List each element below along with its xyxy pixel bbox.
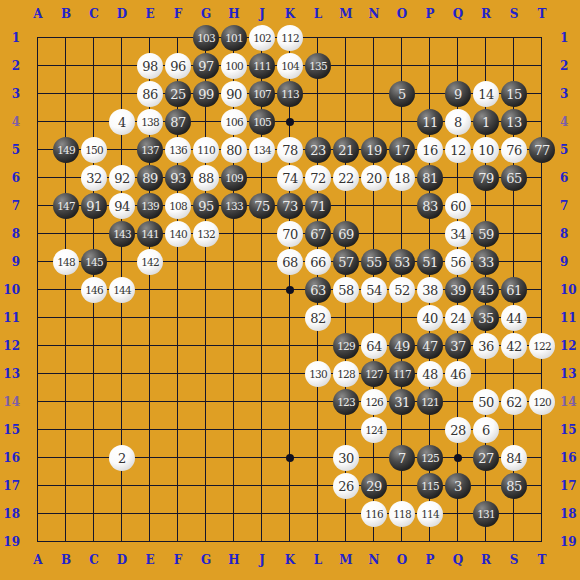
intersection-Q12[interactable]: 37 [444,332,472,360]
intersection-M8[interactable]: 69 [332,220,360,248]
intersection-L5[interactable]: 23 [304,136,332,164]
intersection-Q1[interactable] [444,24,472,52]
intersection-D8[interactable]: 143 [108,220,136,248]
intersection-H12[interactable] [220,332,248,360]
intersection-S16[interactable]: 84 [500,444,528,472]
intersection-B7[interactable]: 147 [52,192,80,220]
intersection-B13[interactable] [52,360,80,388]
intersection-K9[interactable]: 68 [276,248,304,276]
intersection-H7[interactable]: 133 [220,192,248,220]
intersection-G1[interactable]: 103 [192,24,220,52]
intersection-O9[interactable]: 53 [388,248,416,276]
intersection-Q6[interactable] [444,164,472,192]
intersection-S6[interactable]: 65 [500,164,528,192]
intersection-T6[interactable] [528,164,556,192]
intersection-J18[interactable] [248,500,276,528]
intersection-Q8[interactable]: 34 [444,220,472,248]
intersection-R12[interactable]: 36 [472,332,500,360]
intersection-O13[interactable]: 117 [388,360,416,388]
intersection-C19[interactable] [80,528,108,556]
intersection-B14[interactable] [52,388,80,416]
intersection-M19[interactable] [332,528,360,556]
intersection-M17[interactable]: 26 [332,472,360,500]
intersection-F14[interactable] [164,388,192,416]
intersection-S15[interactable] [500,416,528,444]
intersection-N6[interactable]: 20 [360,164,388,192]
intersection-G12[interactable] [192,332,220,360]
intersection-F17[interactable] [164,472,192,500]
intersection-Q16[interactable] [444,444,472,472]
intersection-P6[interactable]: 81 [416,164,444,192]
intersection-C9[interactable]: 145 [80,248,108,276]
intersection-L4[interactable] [304,108,332,136]
intersection-G4[interactable] [192,108,220,136]
intersection-C18[interactable] [80,500,108,528]
intersection-A10[interactable] [24,276,52,304]
intersection-E8[interactable]: 141 [136,220,164,248]
intersection-F19[interactable] [164,528,192,556]
intersection-S3[interactable]: 15 [500,80,528,108]
intersection-J2[interactable]: 111 [248,52,276,80]
intersection-S2[interactable] [500,52,528,80]
intersection-E13[interactable] [136,360,164,388]
intersection-N2[interactable] [360,52,388,80]
intersection-N3[interactable] [360,80,388,108]
intersection-O19[interactable] [388,528,416,556]
intersection-S9[interactable] [500,248,528,276]
intersection-F11[interactable] [164,304,192,332]
intersection-R7[interactable] [472,192,500,220]
intersection-T13[interactable] [528,360,556,388]
intersection-A12[interactable] [24,332,52,360]
intersection-Q4[interactable]: 8 [444,108,472,136]
intersection-E10[interactable] [136,276,164,304]
intersection-G6[interactable]: 88 [192,164,220,192]
intersection-H13[interactable] [220,360,248,388]
intersection-O3[interactable]: 5 [388,80,416,108]
intersection-M11[interactable] [332,304,360,332]
intersection-A1[interactable] [24,24,52,52]
intersection-A9[interactable] [24,248,52,276]
intersection-L1[interactable] [304,24,332,52]
intersection-T18[interactable] [528,500,556,528]
intersection-Q10[interactable]: 39 [444,276,472,304]
intersection-L13[interactable]: 130 [304,360,332,388]
intersection-T2[interactable] [528,52,556,80]
intersection-B17[interactable] [52,472,80,500]
intersection-P16[interactable]: 125 [416,444,444,472]
intersection-B18[interactable] [52,500,80,528]
intersection-H14[interactable] [220,388,248,416]
intersection-L8[interactable]: 67 [304,220,332,248]
intersection-C6[interactable]: 32 [80,164,108,192]
intersection-P10[interactable]: 38 [416,276,444,304]
intersection-T7[interactable] [528,192,556,220]
intersection-N15[interactable]: 124 [360,416,388,444]
intersection-N13[interactable]: 127 [360,360,388,388]
intersection-K2[interactable]: 104 [276,52,304,80]
intersection-P13[interactable]: 48 [416,360,444,388]
intersection-J4[interactable]: 105 [248,108,276,136]
intersection-Q3[interactable]: 9 [444,80,472,108]
intersection-H2[interactable]: 100 [220,52,248,80]
intersection-F12[interactable] [164,332,192,360]
intersection-F16[interactable] [164,444,192,472]
intersection-K1[interactable]: 112 [276,24,304,52]
intersection-H3[interactable]: 90 [220,80,248,108]
intersection-A15[interactable] [24,416,52,444]
intersection-F10[interactable] [164,276,192,304]
intersection-D17[interactable] [108,472,136,500]
intersection-F8[interactable]: 140 [164,220,192,248]
intersection-R5[interactable]: 10 [472,136,500,164]
intersection-J10[interactable] [248,276,276,304]
intersection-K3[interactable]: 113 [276,80,304,108]
intersection-A5[interactable] [24,136,52,164]
intersection-R1[interactable] [472,24,500,52]
intersection-T5[interactable]: 77 [528,136,556,164]
intersection-E7[interactable]: 139 [136,192,164,220]
intersection-D10[interactable]: 144 [108,276,136,304]
intersection-E2[interactable]: 98 [136,52,164,80]
intersection-M1[interactable] [332,24,360,52]
intersection-O8[interactable] [388,220,416,248]
intersection-R18[interactable]: 131 [472,500,500,528]
intersection-E6[interactable]: 89 [136,164,164,192]
intersection-L12[interactable] [304,332,332,360]
intersection-G3[interactable]: 99 [192,80,220,108]
intersection-H5[interactable]: 80 [220,136,248,164]
intersection-J13[interactable] [248,360,276,388]
intersection-E17[interactable] [136,472,164,500]
intersection-P8[interactable] [416,220,444,248]
intersection-L10[interactable]: 63 [304,276,332,304]
intersection-R8[interactable]: 59 [472,220,500,248]
intersection-N9[interactable]: 55 [360,248,388,276]
intersection-C4[interactable] [80,108,108,136]
intersection-C7[interactable]: 91 [80,192,108,220]
intersection-J12[interactable] [248,332,276,360]
intersection-J3[interactable]: 107 [248,80,276,108]
intersection-F15[interactable] [164,416,192,444]
intersection-L7[interactable]: 71 [304,192,332,220]
intersection-L18[interactable] [304,500,332,528]
intersection-C2[interactable] [80,52,108,80]
intersection-S18[interactable] [500,500,528,528]
intersection-E3[interactable]: 86 [136,80,164,108]
intersection-G16[interactable] [192,444,220,472]
intersection-D11[interactable] [108,304,136,332]
intersection-Q18[interactable] [444,500,472,528]
intersection-D1[interactable] [108,24,136,52]
intersection-P7[interactable]: 83 [416,192,444,220]
intersection-J15[interactable] [248,416,276,444]
intersection-E1[interactable] [136,24,164,52]
intersection-R6[interactable]: 79 [472,164,500,192]
intersection-H15[interactable] [220,416,248,444]
intersection-A2[interactable] [24,52,52,80]
intersection-N12[interactable]: 64 [360,332,388,360]
intersection-G14[interactable] [192,388,220,416]
intersection-H1[interactable]: 101 [220,24,248,52]
intersection-O4[interactable] [388,108,416,136]
intersection-K12[interactable] [276,332,304,360]
intersection-E16[interactable] [136,444,164,472]
intersection-M16[interactable]: 30 [332,444,360,472]
intersection-D18[interactable] [108,500,136,528]
intersection-S7[interactable] [500,192,528,220]
intersection-B8[interactable] [52,220,80,248]
intersection-D16[interactable]: 2 [108,444,136,472]
intersection-G18[interactable] [192,500,220,528]
intersection-O6[interactable]: 18 [388,164,416,192]
intersection-G2[interactable]: 97 [192,52,220,80]
intersection-D5[interactable] [108,136,136,164]
intersection-M9[interactable]: 57 [332,248,360,276]
intersection-T8[interactable] [528,220,556,248]
intersection-N10[interactable]: 54 [360,276,388,304]
intersection-K4[interactable] [276,108,304,136]
intersection-D3[interactable] [108,80,136,108]
intersection-P3[interactable] [416,80,444,108]
intersection-M3[interactable] [332,80,360,108]
intersection-K18[interactable] [276,500,304,528]
intersection-H4[interactable]: 106 [220,108,248,136]
intersection-D4[interactable]: 4 [108,108,136,136]
intersection-E15[interactable] [136,416,164,444]
intersection-A18[interactable] [24,500,52,528]
intersection-M14[interactable]: 123 [332,388,360,416]
intersection-P5[interactable]: 16 [416,136,444,164]
intersection-S1[interactable] [500,24,528,52]
intersection-A14[interactable] [24,388,52,416]
intersection-M13[interactable]: 128 [332,360,360,388]
intersection-Q19[interactable] [444,528,472,556]
intersection-D14[interactable] [108,388,136,416]
intersection-P11[interactable]: 40 [416,304,444,332]
intersection-Q11[interactable]: 24 [444,304,472,332]
intersection-A17[interactable] [24,472,52,500]
intersection-K5[interactable]: 78 [276,136,304,164]
intersection-K17[interactable] [276,472,304,500]
intersection-L6[interactable]: 72 [304,164,332,192]
intersection-H17[interactable] [220,472,248,500]
intersection-L17[interactable] [304,472,332,500]
intersection-R19[interactable] [472,528,500,556]
intersection-S11[interactable]: 44 [500,304,528,332]
intersection-R9[interactable]: 33 [472,248,500,276]
intersection-S4[interactable]: 13 [500,108,528,136]
intersection-D12[interactable] [108,332,136,360]
intersection-L19[interactable] [304,528,332,556]
intersection-S10[interactable]: 61 [500,276,528,304]
intersection-B2[interactable] [52,52,80,80]
intersection-J16[interactable] [248,444,276,472]
intersection-O17[interactable] [388,472,416,500]
intersection-E14[interactable] [136,388,164,416]
intersection-A6[interactable] [24,164,52,192]
intersection-L14[interactable] [304,388,332,416]
intersection-G19[interactable] [192,528,220,556]
intersection-P18[interactable]: 114 [416,500,444,528]
intersection-C13[interactable] [80,360,108,388]
intersection-N8[interactable] [360,220,388,248]
intersection-G17[interactable] [192,472,220,500]
intersection-N16[interactable] [360,444,388,472]
intersection-B6[interactable] [52,164,80,192]
intersection-O7[interactable] [388,192,416,220]
intersection-E5[interactable]: 137 [136,136,164,164]
intersection-E9[interactable]: 142 [136,248,164,276]
intersection-S13[interactable] [500,360,528,388]
intersection-A19[interactable] [24,528,52,556]
intersection-S5[interactable]: 76 [500,136,528,164]
intersection-T3[interactable] [528,80,556,108]
intersection-M7[interactable] [332,192,360,220]
intersection-L11[interactable]: 82 [304,304,332,332]
intersection-J14[interactable] [248,388,276,416]
intersection-S17[interactable]: 85 [500,472,528,500]
intersection-G9[interactable] [192,248,220,276]
intersection-L16[interactable] [304,444,332,472]
intersection-F5[interactable]: 136 [164,136,192,164]
intersection-F2[interactable]: 96 [164,52,192,80]
intersection-T11[interactable] [528,304,556,332]
intersection-B1[interactable] [52,24,80,52]
intersection-F4[interactable]: 87 [164,108,192,136]
intersection-K11[interactable] [276,304,304,332]
intersection-C1[interactable] [80,24,108,52]
intersection-B3[interactable] [52,80,80,108]
intersection-C11[interactable] [80,304,108,332]
intersection-J17[interactable] [248,472,276,500]
intersection-R15[interactable]: 6 [472,416,500,444]
intersection-K14[interactable] [276,388,304,416]
intersection-R3[interactable]: 14 [472,80,500,108]
intersection-J1[interactable]: 102 [248,24,276,52]
intersection-N1[interactable] [360,24,388,52]
intersection-L3[interactable] [304,80,332,108]
intersection-N14[interactable]: 126 [360,388,388,416]
intersection-O5[interactable]: 17 [388,136,416,164]
intersection-T17[interactable] [528,472,556,500]
intersection-H8[interactable] [220,220,248,248]
intersection-G8[interactable]: 132 [192,220,220,248]
intersection-D19[interactable] [108,528,136,556]
intersection-C3[interactable] [80,80,108,108]
intersection-G11[interactable] [192,304,220,332]
intersection-E12[interactable] [136,332,164,360]
intersection-G5[interactable]: 110 [192,136,220,164]
intersection-P19[interactable] [416,528,444,556]
intersection-F13[interactable] [164,360,192,388]
intersection-J6[interactable] [248,164,276,192]
intersection-S19[interactable] [500,528,528,556]
intersection-N4[interactable] [360,108,388,136]
intersection-Q15[interactable]: 28 [444,416,472,444]
intersection-J7[interactable]: 75 [248,192,276,220]
intersection-P2[interactable] [416,52,444,80]
intersection-C10[interactable]: 146 [80,276,108,304]
intersection-O15[interactable] [388,416,416,444]
intersection-A8[interactable] [24,220,52,248]
intersection-R14[interactable]: 50 [472,388,500,416]
intersection-D15[interactable] [108,416,136,444]
intersection-P4[interactable]: 11 [416,108,444,136]
intersection-P1[interactable] [416,24,444,52]
intersection-K6[interactable]: 74 [276,164,304,192]
intersection-G10[interactable] [192,276,220,304]
intersection-T12[interactable]: 122 [528,332,556,360]
intersection-O12[interactable]: 49 [388,332,416,360]
intersection-N5[interactable]: 19 [360,136,388,164]
intersection-T16[interactable] [528,444,556,472]
intersection-T4[interactable] [528,108,556,136]
intersection-B12[interactable] [52,332,80,360]
intersection-P14[interactable]: 121 [416,388,444,416]
intersection-N11[interactable] [360,304,388,332]
intersection-P12[interactable]: 47 [416,332,444,360]
intersection-C14[interactable] [80,388,108,416]
intersection-B11[interactable] [52,304,80,332]
intersection-D13[interactable] [108,360,136,388]
intersection-A11[interactable] [24,304,52,332]
intersection-N18[interactable]: 116 [360,500,388,528]
intersection-R2[interactable] [472,52,500,80]
intersection-N19[interactable] [360,528,388,556]
intersection-C16[interactable] [80,444,108,472]
intersection-S12[interactable]: 42 [500,332,528,360]
intersection-M12[interactable]: 129 [332,332,360,360]
intersection-H6[interactable]: 109 [220,164,248,192]
intersection-R4[interactable]: 1 [472,108,500,136]
intersection-H11[interactable] [220,304,248,332]
intersection-F1[interactable] [164,24,192,52]
intersection-D2[interactable] [108,52,136,80]
intersection-M15[interactable] [332,416,360,444]
intersection-H10[interactable] [220,276,248,304]
intersection-K16[interactable] [276,444,304,472]
intersection-A16[interactable] [24,444,52,472]
intersection-O2[interactable] [388,52,416,80]
intersection-B19[interactable] [52,528,80,556]
intersection-A3[interactable] [24,80,52,108]
intersection-D9[interactable] [108,248,136,276]
intersection-O1[interactable] [388,24,416,52]
intersection-G13[interactable] [192,360,220,388]
intersection-F9[interactable] [164,248,192,276]
intersection-B15[interactable] [52,416,80,444]
intersection-R13[interactable] [472,360,500,388]
intersection-N17[interactable]: 29 [360,472,388,500]
intersection-N7[interactable] [360,192,388,220]
intersection-L15[interactable] [304,416,332,444]
intersection-A4[interactable] [24,108,52,136]
intersection-P15[interactable] [416,416,444,444]
intersection-J11[interactable] [248,304,276,332]
intersection-E4[interactable]: 138 [136,108,164,136]
intersection-T15[interactable] [528,416,556,444]
intersection-Q13[interactable]: 46 [444,360,472,388]
intersection-R17[interactable] [472,472,500,500]
intersection-H18[interactable] [220,500,248,528]
intersection-E19[interactable] [136,528,164,556]
intersection-Q14[interactable] [444,388,472,416]
intersection-C12[interactable] [80,332,108,360]
intersection-B10[interactable] [52,276,80,304]
intersection-E18[interactable] [136,500,164,528]
intersection-R16[interactable]: 27 [472,444,500,472]
